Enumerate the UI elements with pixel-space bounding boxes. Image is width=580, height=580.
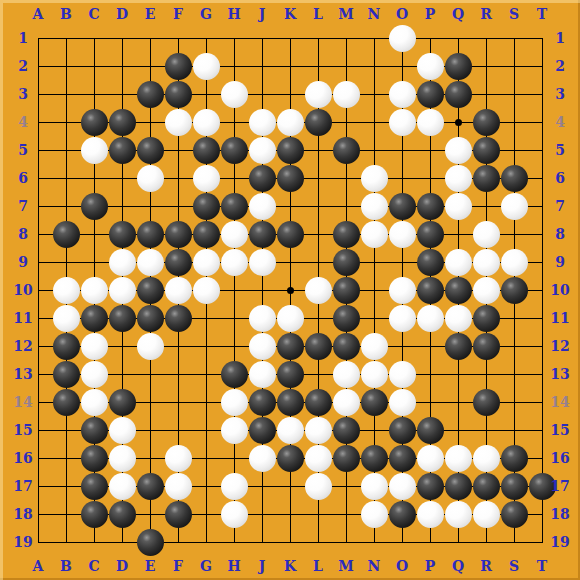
black-stone[interactable]: [417, 417, 444, 444]
black-stone[interactable]: [417, 473, 444, 500]
black-stone[interactable]: [81, 109, 108, 136]
column-label-top: C: [88, 7, 99, 21]
column-label-top: O: [396, 7, 408, 21]
white-stone[interactable]: [221, 81, 248, 108]
white-stone[interactable]: [501, 193, 528, 220]
white-stone[interactable]: [277, 305, 304, 332]
white-stone[interactable]: [445, 305, 472, 332]
black-stone[interactable]: [165, 249, 192, 276]
row-label-right: 6: [555, 171, 565, 185]
column-label-bottom: T: [537, 559, 547, 573]
black-stone[interactable]: [221, 193, 248, 220]
star-point: [287, 287, 294, 294]
black-stone[interactable]: [473, 305, 500, 332]
black-stone[interactable]: [109, 389, 136, 416]
column-label-top: G: [200, 7, 212, 21]
black-stone[interactable]: [81, 445, 108, 472]
column-label-top: B: [60, 7, 72, 21]
column-label-top: S: [509, 7, 519, 21]
black-stone[interactable]: [473, 165, 500, 192]
row-label-right: 4: [555, 115, 565, 129]
white-stone[interactable]: [417, 445, 444, 472]
white-stone[interactable]: [389, 361, 416, 388]
white-stone[interactable]: [221, 221, 248, 248]
black-stone[interactable]: [305, 109, 332, 136]
white-stone[interactable]: [417, 305, 444, 332]
black-stone[interactable]: [53, 361, 80, 388]
black-stone[interactable]: [53, 221, 80, 248]
row-label-left: 4: [18, 115, 28, 129]
column-label-bottom: B: [60, 559, 72, 573]
column-label-top: P: [425, 7, 436, 21]
black-stone[interactable]: [389, 193, 416, 220]
white-stone[interactable]: [445, 501, 472, 528]
black-stone[interactable]: [53, 389, 80, 416]
white-stone[interactable]: [473, 501, 500, 528]
white-stone[interactable]: [277, 417, 304, 444]
black-stone[interactable]: [53, 333, 80, 360]
white-stone[interactable]: [361, 221, 388, 248]
column-label-top: D: [116, 7, 128, 21]
column-label-bottom: K: [284, 559, 296, 573]
row-label-left: 10: [13, 283, 32, 297]
black-stone[interactable]: [81, 305, 108, 332]
black-stone[interactable]: [389, 417, 416, 444]
white-stone[interactable]: [473, 445, 500, 472]
white-stone[interactable]: [137, 333, 164, 360]
white-stone[interactable]: [109, 445, 136, 472]
white-stone[interactable]: [361, 333, 388, 360]
row-label-right: 16: [550, 451, 569, 465]
black-stone[interactable]: [473, 389, 500, 416]
black-stone[interactable]: [137, 473, 164, 500]
black-stone[interactable]: [333, 333, 360, 360]
white-stone[interactable]: [249, 137, 276, 164]
black-stone[interactable]: [389, 501, 416, 528]
black-stone[interactable]: [137, 305, 164, 332]
black-stone[interactable]: [417, 277, 444, 304]
white-stone[interactable]: [473, 249, 500, 276]
row-label-left: 19: [13, 535, 32, 549]
white-stone[interactable]: [221, 389, 248, 416]
black-stone[interactable]: [277, 137, 304, 164]
white-stone[interactable]: [81, 361, 108, 388]
black-stone[interactable]: [193, 221, 220, 248]
white-stone[interactable]: [501, 249, 528, 276]
row-label-left: 18: [13, 507, 32, 521]
white-stone[interactable]: [193, 249, 220, 276]
row-label-left: 17: [13, 479, 32, 493]
row-label-left: 8: [18, 227, 28, 241]
white-stone[interactable]: [165, 445, 192, 472]
white-stone[interactable]: [277, 109, 304, 136]
black-stone[interactable]: [445, 473, 472, 500]
row-label-right: 12: [550, 339, 569, 353]
white-stone[interactable]: [389, 473, 416, 500]
black-stone[interactable]: [305, 333, 332, 360]
white-stone[interactable]: [305, 445, 332, 472]
black-stone[interactable]: [417, 221, 444, 248]
black-stone[interactable]: [81, 417, 108, 444]
row-label-right: 1: [555, 31, 565, 45]
black-stone[interactable]: [137, 81, 164, 108]
column-label-bottom: P: [425, 559, 436, 573]
white-stone[interactable]: [305, 81, 332, 108]
black-stone[interactable]: [501, 445, 528, 472]
white-stone[interactable]: [473, 277, 500, 304]
black-stone[interactable]: [333, 137, 360, 164]
white-stone[interactable]: [361, 193, 388, 220]
row-label-right: 9: [555, 255, 565, 269]
star-point: [455, 119, 462, 126]
column-label-top: J: [259, 7, 266, 21]
white-stone[interactable]: [417, 501, 444, 528]
black-stone[interactable]: [137, 137, 164, 164]
black-stone[interactable]: [333, 305, 360, 332]
black-stone[interactable]: [417, 193, 444, 220]
column-label-bottom: E: [145, 559, 156, 573]
column-label-bottom: L: [313, 559, 323, 573]
white-stone[interactable]: [445, 137, 472, 164]
row-label-left: 9: [18, 255, 28, 269]
column-label-top: L: [313, 7, 323, 21]
white-stone[interactable]: [221, 417, 248, 444]
black-stone[interactable]: [277, 333, 304, 360]
row-label-left: 5: [18, 143, 28, 157]
row-label-right: 8: [555, 227, 565, 241]
white-stone[interactable]: [53, 277, 80, 304]
white-stone[interactable]: [249, 333, 276, 360]
column-label-bottom: Q: [452, 559, 464, 573]
black-stone[interactable]: [501, 165, 528, 192]
black-stone[interactable]: [501, 473, 528, 500]
white-stone[interactable]: [333, 389, 360, 416]
row-label-right: 14: [550, 395, 569, 409]
white-stone[interactable]: [193, 53, 220, 80]
black-stone[interactable]: [137, 221, 164, 248]
black-stone[interactable]: [193, 193, 220, 220]
column-label-top: R: [480, 7, 492, 21]
black-stone[interactable]: [445, 81, 472, 108]
black-stone[interactable]: [249, 389, 276, 416]
white-stone[interactable]: [81, 137, 108, 164]
black-stone[interactable]: [277, 221, 304, 248]
black-stone[interactable]: [445, 333, 472, 360]
white-stone[interactable]: [249, 361, 276, 388]
board-grid[interactable]: [38, 38, 543, 543]
white-stone[interactable]: [417, 109, 444, 136]
white-stone[interactable]: [249, 193, 276, 220]
white-stone[interactable]: [193, 165, 220, 192]
black-stone[interactable]: [277, 165, 304, 192]
black-stone[interactable]: [249, 165, 276, 192]
white-stone[interactable]: [109, 249, 136, 276]
row-label-right: 18: [550, 507, 569, 521]
black-stone[interactable]: [361, 389, 388, 416]
white-stone[interactable]: [193, 109, 220, 136]
white-stone[interactable]: [165, 109, 192, 136]
row-label-right: 5: [555, 143, 565, 157]
black-stone[interactable]: [333, 221, 360, 248]
white-stone[interactable]: [333, 361, 360, 388]
row-label-right: 2: [555, 59, 565, 73]
white-stone[interactable]: [249, 445, 276, 472]
white-stone[interactable]: [221, 249, 248, 276]
white-stone[interactable]: [361, 473, 388, 500]
white-stone[interactable]: [361, 165, 388, 192]
row-label-right: 17: [550, 479, 569, 493]
black-stone[interactable]: [81, 193, 108, 220]
black-stone[interactable]: [277, 389, 304, 416]
white-stone[interactable]: [361, 361, 388, 388]
black-stone[interactable]: [81, 501, 108, 528]
black-stone[interactable]: [165, 221, 192, 248]
column-label-top: K: [284, 7, 296, 21]
column-label-bottom: A: [33, 559, 44, 573]
row-label-left: 12: [13, 339, 32, 353]
column-label-bottom: D: [116, 559, 128, 573]
row-label-right: 11: [550, 311, 569, 325]
white-stone[interactable]: [305, 473, 332, 500]
white-stone[interactable]: [165, 473, 192, 500]
column-label-bottom: R: [480, 559, 492, 573]
row-label-left: 13: [13, 367, 32, 381]
white-stone[interactable]: [389, 221, 416, 248]
black-stone[interactable]: [445, 277, 472, 304]
white-stone[interactable]: [389, 277, 416, 304]
black-stone[interactable]: [333, 249, 360, 276]
row-label-left: 16: [13, 451, 32, 465]
row-label-left: 14: [13, 395, 32, 409]
black-stone[interactable]: [417, 249, 444, 276]
white-stone[interactable]: [109, 473, 136, 500]
column-label-top: Q: [452, 7, 464, 21]
column-label-bottom: H: [227, 559, 240, 573]
row-label-right: 3: [555, 87, 565, 101]
black-stone[interactable]: [109, 305, 136, 332]
white-stone[interactable]: [445, 249, 472, 276]
white-stone[interactable]: [137, 165, 164, 192]
black-stone[interactable]: [81, 473, 108, 500]
black-stone[interactable]: [277, 361, 304, 388]
column-label-bottom: O: [396, 559, 408, 573]
black-stone[interactable]: [501, 501, 528, 528]
white-stone[interactable]: [445, 193, 472, 220]
column-label-top: M: [338, 7, 354, 21]
white-stone[interactable]: [53, 305, 80, 332]
black-stone[interactable]: [109, 137, 136, 164]
black-stone[interactable]: [473, 473, 500, 500]
row-label-left: 7: [18, 199, 28, 213]
white-stone[interactable]: [81, 333, 108, 360]
column-label-top: A: [33, 7, 44, 21]
white-stone[interactable]: [221, 473, 248, 500]
black-stone[interactable]: [137, 277, 164, 304]
column-label-top: N: [368, 7, 381, 21]
white-stone[interactable]: [389, 305, 416, 332]
white-stone[interactable]: [389, 389, 416, 416]
row-label-right: 10: [550, 283, 569, 297]
black-stone[interactable]: [137, 529, 164, 556]
black-stone[interactable]: [165, 305, 192, 332]
black-stone[interactable]: [333, 417, 360, 444]
white-stone[interactable]: [81, 389, 108, 416]
white-stone[interactable]: [305, 417, 332, 444]
black-stone[interactable]: [165, 53, 192, 80]
white-stone[interactable]: [361, 501, 388, 528]
black-stone[interactable]: [501, 277, 528, 304]
white-stone[interactable]: [109, 277, 136, 304]
white-stone[interactable]: [445, 445, 472, 472]
row-label-left: 15: [13, 423, 32, 437]
black-stone[interactable]: [109, 109, 136, 136]
black-stone[interactable]: [389, 445, 416, 472]
black-stone[interactable]: [473, 333, 500, 360]
column-label-bottom: J: [259, 559, 266, 573]
black-stone[interactable]: [221, 137, 248, 164]
black-stone[interactable]: [249, 417, 276, 444]
column-label-top: H: [227, 7, 240, 21]
column-label-top: T: [537, 7, 547, 21]
white-stone[interactable]: [445, 165, 472, 192]
row-label-left: 1: [18, 31, 28, 45]
go-board-window: AABBCCDDEEFFGGHHJJKKLLMMNNOOPPQQRRSSTT11…: [0, 0, 580, 580]
black-stone[interactable]: [305, 389, 332, 416]
white-stone[interactable]: [249, 109, 276, 136]
white-stone[interactable]: [305, 277, 332, 304]
black-stone[interactable]: [193, 137, 220, 164]
white-stone[interactable]: [333, 81, 360, 108]
column-label-bottom: F: [173, 559, 183, 573]
black-stone[interactable]: [333, 445, 360, 472]
white-stone[interactable]: [249, 249, 276, 276]
black-stone[interactable]: [445, 53, 472, 80]
row-label-right: 7: [555, 199, 565, 213]
white-stone[interactable]: [165, 277, 192, 304]
black-stone[interactable]: [109, 501, 136, 528]
row-label-left: 11: [13, 311, 32, 325]
white-stone[interactable]: [221, 501, 248, 528]
black-stone[interactable]: [417, 81, 444, 108]
row-label-left: 3: [18, 87, 28, 101]
column-label-bottom: C: [88, 559, 99, 573]
black-stone[interactable]: [277, 445, 304, 472]
white-stone[interactable]: [389, 109, 416, 136]
row-label-right: 19: [550, 535, 569, 549]
black-stone[interactable]: [221, 361, 248, 388]
black-stone[interactable]: [473, 109, 500, 136]
row-label-left: 6: [18, 171, 28, 185]
black-stone[interactable]: [165, 501, 192, 528]
row-label-right: 15: [550, 423, 569, 437]
white-stone[interactable]: [137, 249, 164, 276]
black-stone[interactable]: [473, 137, 500, 164]
column-label-top: E: [145, 7, 156, 21]
white-stone[interactable]: [109, 417, 136, 444]
column-label-bottom: S: [509, 559, 519, 573]
white-stone[interactable]: [473, 221, 500, 248]
column-label-bottom: G: [200, 559, 212, 573]
black-stone[interactable]: [109, 221, 136, 248]
black-stone[interactable]: [361, 445, 388, 472]
white-stone[interactable]: [389, 25, 416, 52]
column-label-top: F: [173, 7, 183, 21]
white-stone[interactable]: [389, 81, 416, 108]
white-stone[interactable]: [81, 277, 108, 304]
white-stone[interactable]: [193, 277, 220, 304]
column-label-bottom: N: [368, 559, 381, 573]
row-label-right: 13: [550, 367, 569, 381]
column-label-bottom: M: [338, 559, 354, 573]
black-stone[interactable]: [249, 221, 276, 248]
black-stone[interactable]: [165, 81, 192, 108]
row-label-left: 2: [18, 59, 28, 73]
black-stone[interactable]: [333, 277, 360, 304]
white-stone[interactable]: [417, 53, 444, 80]
white-stone[interactable]: [249, 305, 276, 332]
